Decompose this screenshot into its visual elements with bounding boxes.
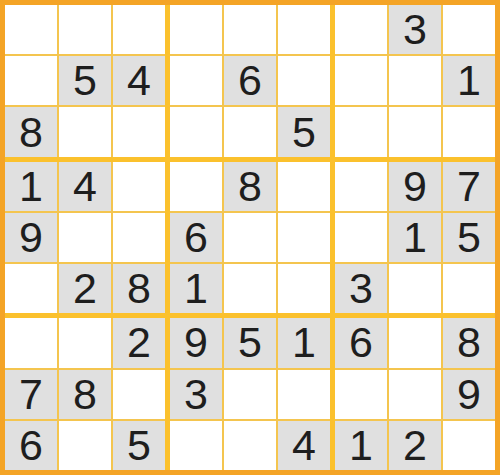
cell-r6c2: 2 [59, 264, 111, 313]
cell-r7c4: 9 [170, 318, 222, 367]
box-r3c3: 68912 [335, 318, 495, 470]
cell-r1c7[interactable] [335, 5, 387, 54]
cell-r8c3[interactable] [113, 370, 165, 419]
cell-r1c6[interactable] [278, 5, 330, 54]
cell-r8c6[interactable] [278, 370, 330, 419]
cell-r5c7[interactable] [335, 213, 387, 262]
cell-r4c8: 9 [389, 162, 441, 211]
cell-r6c6[interactable] [278, 264, 330, 313]
cell-r1c9[interactable] [443, 5, 495, 54]
cell-r6c1[interactable] [5, 264, 57, 313]
cell-r3c5[interactable] [224, 107, 276, 156]
sudoku-board: 54865311492886197153278659513468912 [0, 0, 500, 475]
cell-r1c3[interactable] [113, 5, 165, 54]
cell-r9c3: 5 [113, 421, 165, 470]
cell-r5c2[interactable] [59, 213, 111, 262]
cell-r9c9[interactable] [443, 421, 495, 470]
cell-r2c5: 6 [224, 56, 276, 105]
cell-r2c1[interactable] [5, 56, 57, 105]
cell-r7c5: 5 [224, 318, 276, 367]
cell-r4c5: 8 [224, 162, 276, 211]
cell-r4c2: 4 [59, 162, 111, 211]
cell-r4c7[interactable] [335, 162, 387, 211]
cell-r5c8: 1 [389, 213, 441, 262]
cell-r7c9: 8 [443, 318, 495, 367]
box-r1c3: 31 [335, 5, 495, 157]
cell-r3c3[interactable] [113, 107, 165, 156]
cell-r9c1: 6 [5, 421, 57, 470]
box-r2c3: 97153 [335, 162, 495, 314]
cell-r6c9[interactable] [443, 264, 495, 313]
cell-r2c3: 4 [113, 56, 165, 105]
cell-r1c2[interactable] [59, 5, 111, 54]
cell-r4c6[interactable] [278, 162, 330, 211]
cell-r1c4[interactable] [170, 5, 222, 54]
cell-r3c7[interactable] [335, 107, 387, 156]
cell-r9c5[interactable] [224, 421, 276, 470]
cell-r8c7[interactable] [335, 370, 387, 419]
cell-r4c4[interactable] [170, 162, 222, 211]
cell-r9c8: 2 [389, 421, 441, 470]
cell-r5c5[interactable] [224, 213, 276, 262]
cell-r8c9: 9 [443, 370, 495, 419]
cell-r5c4: 6 [170, 213, 222, 262]
cell-r2c9: 1 [443, 56, 495, 105]
cell-r3c2[interactable] [59, 107, 111, 156]
cell-r3c8[interactable] [389, 107, 441, 156]
cell-r3c4[interactable] [170, 107, 222, 156]
cell-r8c8[interactable] [389, 370, 441, 419]
cell-r8c1: 7 [5, 370, 57, 419]
cell-r6c7: 3 [335, 264, 387, 313]
cell-r2c8[interactable] [389, 56, 441, 105]
cell-r6c4: 1 [170, 264, 222, 313]
box-r1c1: 548 [5, 5, 165, 157]
cell-r6c3: 8 [113, 264, 165, 313]
box-r3c1: 27865 [5, 318, 165, 470]
cell-r9c2[interactable] [59, 421, 111, 470]
cell-r4c1: 1 [5, 162, 57, 211]
cell-r9c7: 1 [335, 421, 387, 470]
cell-r8c5[interactable] [224, 370, 276, 419]
cell-r8c2: 8 [59, 370, 111, 419]
cell-r3c6: 5 [278, 107, 330, 156]
box-r3c2: 95134 [170, 318, 330, 470]
cell-r1c8: 3 [389, 5, 441, 54]
cell-r3c9[interactable] [443, 107, 495, 156]
cell-r6c5[interactable] [224, 264, 276, 313]
cell-r2c2: 5 [59, 56, 111, 105]
box-r2c1: 14928 [5, 162, 165, 314]
cell-r8c4: 3 [170, 370, 222, 419]
cell-r5c6[interactable] [278, 213, 330, 262]
cell-r7c1[interactable] [5, 318, 57, 367]
cell-r3c1: 8 [5, 107, 57, 156]
cell-r9c4[interactable] [170, 421, 222, 470]
cell-r7c2[interactable] [59, 318, 111, 367]
cell-r1c1[interactable] [5, 5, 57, 54]
cell-r7c3: 2 [113, 318, 165, 367]
cell-r7c8[interactable] [389, 318, 441, 367]
box-r1c2: 65 [170, 5, 330, 157]
cell-r5c3[interactable] [113, 213, 165, 262]
cell-r4c3[interactable] [113, 162, 165, 211]
cell-r7c7: 6 [335, 318, 387, 367]
cell-r2c6[interactable] [278, 56, 330, 105]
cell-r2c7[interactable] [335, 56, 387, 105]
cell-r1c5[interactable] [224, 5, 276, 54]
cell-r6c8[interactable] [389, 264, 441, 313]
cell-r5c9: 5 [443, 213, 495, 262]
cell-r2c4[interactable] [170, 56, 222, 105]
box-r2c2: 861 [170, 162, 330, 314]
cell-r9c6: 4 [278, 421, 330, 470]
cell-r7c6: 1 [278, 318, 330, 367]
cell-r5c1: 9 [5, 213, 57, 262]
cell-r4c9: 7 [443, 162, 495, 211]
